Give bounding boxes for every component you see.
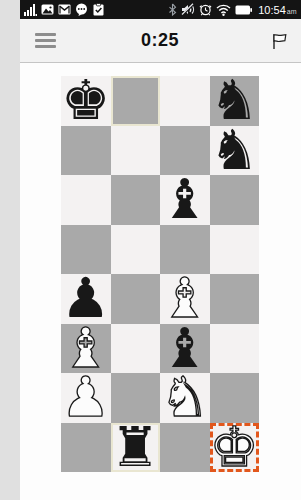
square-a8[interactable]: ♚ xyxy=(61,76,111,126)
gallery-icon xyxy=(41,3,54,16)
chess-board: ♚♞♞♝♟♝♝♝♟♞♜♚ xyxy=(61,76,259,472)
white-knight: ♞ xyxy=(160,370,209,425)
signal-icon xyxy=(24,3,37,16)
wifi-icon xyxy=(216,4,231,16)
square-c6[interactable]: ♝ xyxy=(160,175,210,225)
black-king: ♚ xyxy=(61,73,110,128)
flag-icon[interactable] xyxy=(269,31,290,50)
gmail-icon xyxy=(58,3,71,16)
black-bishop: ♝ xyxy=(160,172,209,227)
clock-time: 10:54am xyxy=(258,4,296,16)
chat-icon xyxy=(75,3,88,16)
battery-icon xyxy=(235,5,252,15)
square-d5[interactable] xyxy=(210,225,260,275)
black-knight: ♞ xyxy=(210,123,259,178)
square-b8[interactable] xyxy=(111,76,161,126)
alarm-icon xyxy=(199,3,212,16)
status-bar: 10:54am xyxy=(20,0,301,19)
square-b1[interactable]: ♜ xyxy=(111,423,161,473)
square-d6[interactable] xyxy=(210,175,260,225)
mute-icon xyxy=(181,3,195,16)
square-d7[interactable]: ♞ xyxy=(210,126,260,176)
clock-meridiem: am xyxy=(287,8,297,15)
white-king: ♚ xyxy=(210,420,259,475)
square-b4[interactable] xyxy=(111,274,161,324)
bluetooth-icon xyxy=(168,3,177,16)
square-b3[interactable] xyxy=(111,324,161,374)
square-b7[interactable] xyxy=(111,126,161,176)
square-c2[interactable]: ♞ xyxy=(160,373,210,423)
status-bar-left xyxy=(24,3,105,16)
square-c8[interactable] xyxy=(160,76,210,126)
app-toolbar: 0:25 xyxy=(20,19,301,63)
square-a7[interactable] xyxy=(61,126,111,176)
hamburger-menu-icon[interactable] xyxy=(35,33,56,48)
square-b5[interactable] xyxy=(111,225,161,275)
status-bar-right: 10:54am xyxy=(168,3,296,16)
square-a2[interactable]: ♟ xyxy=(61,373,111,423)
square-b6[interactable] xyxy=(111,175,161,225)
phone-screen: 10:54am 0:25 ♚♞♞♝♟♝♝♝♟♞♜♚ xyxy=(20,0,301,500)
timer: 0:25 xyxy=(20,30,301,51)
black-rook: ♜ xyxy=(111,420,160,475)
clipboard-icon xyxy=(92,3,105,16)
square-a6[interactable] xyxy=(61,175,111,225)
square-d1[interactable]: ♚ xyxy=(210,423,260,473)
white-pawn: ♟ xyxy=(61,370,110,425)
square-d4[interactable] xyxy=(210,274,260,324)
square-d3[interactable] xyxy=(210,324,260,374)
last-move-highlight xyxy=(111,76,161,126)
square-c1[interactable] xyxy=(160,423,210,473)
square-a1[interactable] xyxy=(61,423,111,473)
